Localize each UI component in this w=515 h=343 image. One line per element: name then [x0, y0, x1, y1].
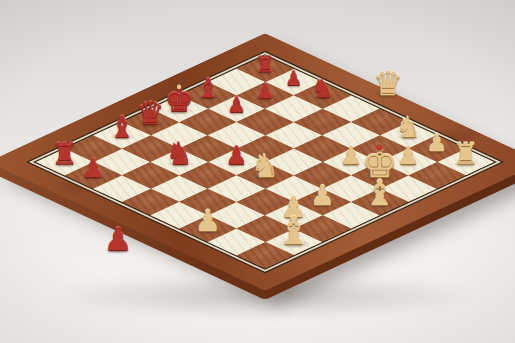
- piece-white-rook-h1[interactable]: ♜: [452, 140, 478, 170]
- white-king-ball-finial: [377, 145, 383, 151]
- piece-black-knight-c6[interactable]: ♞: [165, 139, 192, 169]
- piece-white-bishop-b1[interactable]: ♝: [276, 212, 311, 251]
- piece-black-pawn-h7[interactable]: ♟: [285, 69, 302, 88]
- photo-scene: ♜♝♛♚♝♜♟♟♟♟♞♞♟♞♟♟♞♟♟♚♟♟♝♝♜♛♟: [0, 0, 515, 343]
- piece-black-rook-a8[interactable]: ♜: [51, 140, 77, 170]
- piece-black-pawn-d5[interactable]: ♟: [225, 144, 247, 169]
- piece-white-pawn-a3[interactable]: ♟: [195, 207, 221, 236]
- piece-black-knight-h6[interactable]: ♞: [311, 78, 333, 103]
- piece-black-bishop-c8[interactable]: ♝: [109, 114, 135, 143]
- piece-white-pawn-h2[interactable]: ♟: [426, 132, 447, 156]
- piece-black-bishop-f8[interactable]: ♝: [196, 77, 219, 103]
- piece-white-bishop-e1[interactable]: ♝: [364, 175, 396, 210]
- piece-black-pawn-f7[interactable]: ♟: [227, 94, 246, 115]
- black-king-ball-finial: [177, 84, 182, 89]
- piece-white-pawn-d2[interactable]: ♟: [310, 182, 335, 210]
- piece-black-queen-d8[interactable]: ♛: [136, 98, 164, 129]
- piece-black-rook-h8[interactable]: ♜: [255, 54, 275, 76]
- piece-white-knight-d4[interactable]: ♞: [251, 152, 279, 184]
- piece-black-pawn-offboard[interactable]: ♟: [104, 224, 132, 256]
- piece-white-pawn-g2[interactable]: ♟: [397, 144, 419, 169]
- piece-white-knight-h3[interactable]: ♞: [396, 115, 421, 143]
- pieces-layer: ♜♝♛♚♝♜♟♟♟♟♞♞♟♞♟♟♞♟♟♚♟♟♝♝♜♛♟: [0, 0, 515, 343]
- piece-black-pawn-g7[interactable]: ♟: [256, 82, 274, 102]
- piece-black-king-e8[interactable]: ♚: [164, 84, 193, 117]
- piece-white-queen-offboard[interactable]: ♛: [373, 67, 403, 100]
- piece-white-pawn-f3[interactable]: ♟: [340, 144, 362, 169]
- piece-black-pawn-a7[interactable]: ♟: [82, 157, 105, 183]
